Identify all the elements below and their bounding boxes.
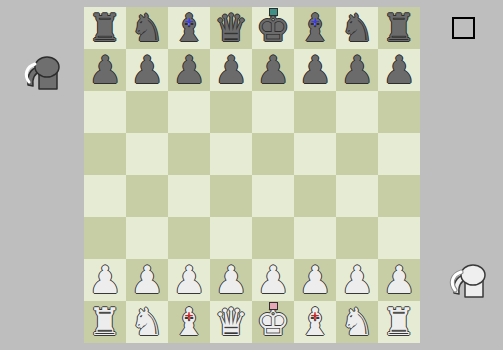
elephant-head <box>35 57 59 77</box>
square-c1[interactable]: ♝+ <box>168 301 210 343</box>
black-pawn[interactable]: ♟ <box>130 49 164 91</box>
square-g4[interactable] <box>336 175 378 217</box>
square-c4[interactable] <box>168 175 210 217</box>
square-b8[interactable]: ♞ <box>126 7 168 49</box>
square-h3[interactable] <box>378 217 420 259</box>
square-a5[interactable] <box>84 133 126 175</box>
white-rook[interactable]: ♜ <box>88 301 122 343</box>
square-a4[interactable] <box>84 175 126 217</box>
square-f1[interactable]: ♝+ <box>294 301 336 343</box>
square-c2[interactable]: ♟ <box>168 259 210 301</box>
black-queen[interactable]: ♛ <box>214 7 248 49</box>
square-e1[interactable]: ♚ <box>252 301 294 343</box>
square-h1[interactable]: ♜ <box>378 301 420 343</box>
square-e3[interactable] <box>252 217 294 259</box>
square-a2[interactable]: ♟ <box>84 259 126 301</box>
square-f3[interactable] <box>294 217 336 259</box>
square-h8[interactable]: ♜ <box>378 7 420 49</box>
square-g5[interactable] <box>336 133 378 175</box>
square-c5[interactable] <box>168 133 210 175</box>
white-pawn[interactable]: ♟ <box>382 259 416 301</box>
black-pawn[interactable]: ♟ <box>256 49 290 91</box>
square-b6[interactable] <box>126 91 168 133</box>
square-a3[interactable] <box>84 217 126 259</box>
square-d5[interactable] <box>210 133 252 175</box>
white-queen[interactable]: ♛ <box>214 301 248 343</box>
square-a6[interactable] <box>84 91 126 133</box>
black-pawn[interactable]: ♟ <box>298 49 332 91</box>
square-c8[interactable]: ♝+ <box>168 7 210 49</box>
square-c3[interactable] <box>168 217 210 259</box>
square-g7[interactable]: ♟ <box>336 49 378 91</box>
square-f2[interactable]: ♟ <box>294 259 336 301</box>
white-pawn[interactable]: ♟ <box>88 259 122 301</box>
square-g6[interactable] <box>336 91 378 133</box>
white-bishop[interactable]: ♝ <box>172 301 206 343</box>
square-a7[interactable]: ♟ <box>84 49 126 91</box>
white-pawn[interactable]: ♟ <box>298 259 332 301</box>
square-h6[interactable] <box>378 91 420 133</box>
black-pawn[interactable]: ♟ <box>214 49 248 91</box>
white-knight[interactable]: ♞ <box>340 301 374 343</box>
black-pawn[interactable]: ♟ <box>382 49 416 91</box>
black-player-elephant-icon <box>20 55 64 91</box>
black-rook[interactable]: ♜ <box>88 7 122 49</box>
white-player-elephant-icon <box>446 263 490 299</box>
chess-board: ♜♞♝+♛♚♝+♞♜♟♟♟♟♟♟♟♟♟♟♟♟♟♟♟♟♜♞♝+♛♚♝+♞♜ <box>84 7 420 343</box>
square-h2[interactable]: ♟ <box>378 259 420 301</box>
square-b7[interactable]: ♟ <box>126 49 168 91</box>
square-d8[interactable]: ♛ <box>210 7 252 49</box>
black-knight[interactable]: ♞ <box>130 7 164 49</box>
white-knight[interactable]: ♞ <box>130 301 164 343</box>
white-pawn[interactable]: ♟ <box>130 259 164 301</box>
black-pawn[interactable]: ♟ <box>172 49 206 91</box>
square-h7[interactable]: ♟ <box>378 49 420 91</box>
black-rook[interactable]: ♜ <box>382 7 416 49</box>
square-e6[interactable] <box>252 91 294 133</box>
square-e8[interactable]: ♚ <box>252 7 294 49</box>
square-b5[interactable] <box>126 133 168 175</box>
square-d6[interactable] <box>210 91 252 133</box>
black-bishop[interactable]: ♝ <box>172 7 206 49</box>
square-a8[interactable]: ♜ <box>84 7 126 49</box>
square-d7[interactable]: ♟ <box>210 49 252 91</box>
square-d4[interactable] <box>210 175 252 217</box>
white-pawn[interactable]: ♟ <box>256 259 290 301</box>
square-e2[interactable]: ♟ <box>252 259 294 301</box>
square-f7[interactable]: ♟ <box>294 49 336 91</box>
white-pawn[interactable]: ♟ <box>214 259 248 301</box>
square-b3[interactable] <box>126 217 168 259</box>
square-b2[interactable]: ♟ <box>126 259 168 301</box>
black-knight[interactable]: ♞ <box>340 7 374 49</box>
square-f8[interactable]: ♝+ <box>294 7 336 49</box>
square-e4[interactable] <box>252 175 294 217</box>
white-bishop[interactable]: ♝ <box>298 301 332 343</box>
black-king[interactable]: ♚ <box>256 7 290 49</box>
square-f6[interactable] <box>294 91 336 133</box>
square-h5[interactable] <box>378 133 420 175</box>
elephant-head <box>461 265 485 285</box>
square-b4[interactable] <box>126 175 168 217</box>
square-f4[interactable] <box>294 175 336 217</box>
white-king[interactable]: ♚ <box>256 301 290 343</box>
square-d2[interactable]: ♟ <box>210 259 252 301</box>
square-c6[interactable] <box>168 91 210 133</box>
square-g2[interactable]: ♟ <box>336 259 378 301</box>
square-d1[interactable]: ♛ <box>210 301 252 343</box>
square-b1[interactable]: ♞ <box>126 301 168 343</box>
white-rook[interactable]: ♜ <box>382 301 416 343</box>
white-pawn[interactable]: ♟ <box>340 259 374 301</box>
square-g1[interactable]: ♞ <box>336 301 378 343</box>
square-d3[interactable] <box>210 217 252 259</box>
black-pawn[interactable]: ♟ <box>88 49 122 91</box>
square-e7[interactable]: ♟ <box>252 49 294 91</box>
square-h4[interactable] <box>378 175 420 217</box>
square-f5[interactable] <box>294 133 336 175</box>
black-bishop[interactable]: ♝ <box>298 7 332 49</box>
white-pawn[interactable]: ♟ <box>172 259 206 301</box>
square-g3[interactable] <box>336 217 378 259</box>
black-pawn[interactable]: ♟ <box>340 49 374 91</box>
square-e5[interactable] <box>252 133 294 175</box>
square-c7[interactable]: ♟ <box>168 49 210 91</box>
square-g8[interactable]: ♞ <box>336 7 378 49</box>
turn-indicator-square[interactable] <box>452 17 475 39</box>
square-a1[interactable]: ♜ <box>84 301 126 343</box>
